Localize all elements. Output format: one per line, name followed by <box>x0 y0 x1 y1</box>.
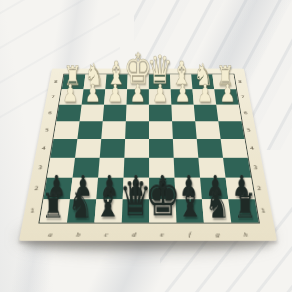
square-f1[interactable]: ♝ <box>176 199 204 222</box>
white-pawn-a7[interactable]: ♟ <box>62 81 78 105</box>
square-b6[interactable] <box>80 105 104 122</box>
white-pawn-h7[interactable]: ♟ <box>219 81 235 105</box>
square-g6[interactable] <box>194 105 219 122</box>
square-e6[interactable] <box>149 105 172 122</box>
square-g4[interactable] <box>197 139 223 158</box>
file-label-h: h <box>231 230 260 238</box>
square-b1[interactable]: ♞ <box>67 199 96 222</box>
square-h7[interactable]: ♟ <box>214 89 238 105</box>
square-h5[interactable] <box>218 121 244 139</box>
square-c4[interactable] <box>100 139 125 158</box>
square-g5[interactable] <box>195 121 220 139</box>
square-e5[interactable] <box>149 121 173 139</box>
black-bishop-c1[interactable]: ♝ <box>94 182 121 223</box>
black-knight-g1[interactable]: ♞ <box>205 186 230 224</box>
square-a4[interactable] <box>50 139 77 158</box>
square-d6[interactable] <box>126 105 149 122</box>
file-label-e: e <box>148 230 176 238</box>
file-labels: abcdefgh <box>36 230 260 238</box>
square-b4[interactable] <box>75 139 101 158</box>
black-knight-b1[interactable]: ♞ <box>68 186 93 224</box>
square-c7[interactable]: ♟ <box>104 89 127 105</box>
square-b5[interactable] <box>77 121 102 139</box>
square-f4[interactable] <box>173 139 198 158</box>
square-c5[interactable] <box>101 121 126 139</box>
square-f6[interactable] <box>171 105 195 122</box>
square-e4[interactable] <box>149 139 174 158</box>
square-d7[interactable]: ♟ <box>126 89 148 105</box>
vinyl-chess-mat: 87654321 87654321 ♜♞♝♚♛♝♞♜♟♟♟♟♟♟♟♟♟♟♟♟♟♟… <box>19 69 277 241</box>
white-pawn-f7[interactable]: ♟ <box>175 81 191 105</box>
chess-set-photo: 87654321 87654321 ♜♞♝♚♛♝♞♜♟♟♟♟♟♟♟♟♟♟♟♟♟♟… <box>0 0 292 292</box>
square-h6[interactable] <box>216 105 241 122</box>
square-g7[interactable]: ♟ <box>192 89 216 105</box>
square-e7[interactable]: ♟ <box>149 89 171 105</box>
square-e1[interactable]: ♚ <box>149 199 176 222</box>
square-c6[interactable] <box>103 105 127 122</box>
square-a7[interactable]: ♟ <box>59 89 83 105</box>
square-a5[interactable] <box>54 121 80 139</box>
square-d5[interactable] <box>125 121 149 139</box>
black-bishop-f1[interactable]: ♝ <box>177 182 204 223</box>
black-king-e1[interactable]: ♚ <box>145 170 181 224</box>
square-f7[interactable]: ♟ <box>171 89 194 105</box>
white-pawn-e7[interactable]: ♟ <box>152 81 168 105</box>
square-d4[interactable] <box>124 139 149 158</box>
black-rook-h1[interactable]: ♜ <box>234 189 257 223</box>
square-g1[interactable]: ♞ <box>202 199 231 222</box>
file-label-c: c <box>92 230 120 238</box>
board-grid: ♜♞♝♚♛♝♞♜♟♟♟♟♟♟♟♟♟♟♟♟♟♟♟♟♜♞♝♛♚♝♞♜ <box>38 74 260 224</box>
square-f5[interactable] <box>172 121 197 139</box>
square-a1[interactable]: ♜ <box>40 199 70 222</box>
file-label-b: b <box>64 230 93 238</box>
file-label-f: f <box>176 230 204 238</box>
square-h1[interactable]: ♜ <box>228 199 258 222</box>
board-scene: 87654321 87654321 ♜♞♝♚♛♝♞♜♟♟♟♟♟♟♟♟♟♟♟♟♟♟… <box>38 30 258 254</box>
white-pawn-g7[interactable]: ♟ <box>197 81 213 105</box>
black-rook-a1[interactable]: ♜ <box>42 189 65 223</box>
square-h4[interactable] <box>221 139 248 158</box>
square-a6[interactable] <box>56 105 81 122</box>
white-pawn-b7[interactable]: ♟ <box>85 81 101 105</box>
file-label-a: a <box>36 230 65 238</box>
file-label-d: d <box>120 230 148 238</box>
white-pawn-c7[interactable]: ♟ <box>107 81 123 105</box>
white-pawn-d7[interactable]: ♟ <box>130 81 146 105</box>
square-b7[interactable]: ♟ <box>82 89 106 105</box>
file-label-g: g <box>203 230 232 238</box>
